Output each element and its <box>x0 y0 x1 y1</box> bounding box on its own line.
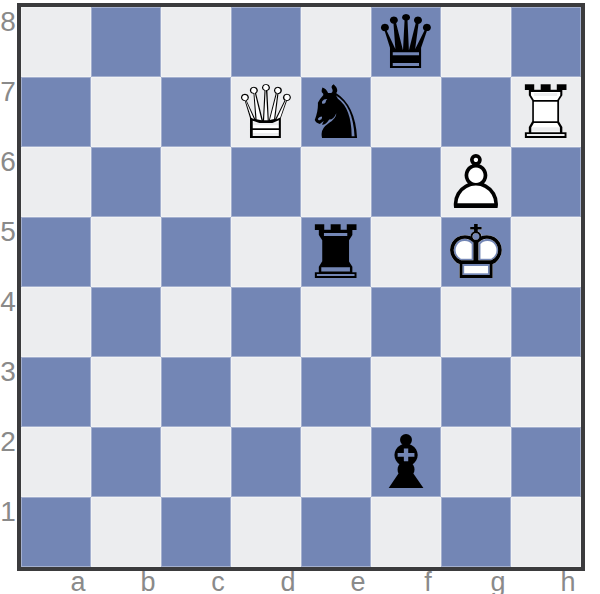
square-b2[interactable] <box>91 427 161 497</box>
square-a8[interactable] <box>21 7 91 77</box>
square-h8[interactable] <box>511 7 581 77</box>
rank-label-8: 8 <box>0 7 16 37</box>
square-h4[interactable] <box>511 287 581 357</box>
square-f5[interactable] <box>371 217 441 287</box>
file-label-h: h <box>533 570 600 594</box>
white-pawn-glyph: ♙ <box>441 147 511 217</box>
square-e1[interactable] <box>301 497 371 567</box>
square-c5[interactable] <box>161 217 231 287</box>
square-d3[interactable] <box>231 357 301 427</box>
square-a4[interactable] <box>21 287 91 357</box>
square-g5[interactable]: ♚♔ <box>441 217 511 287</box>
square-c4[interactable] <box>161 287 231 357</box>
square-h3[interactable] <box>511 357 581 427</box>
white-pawn-g6[interactable]: ♟♙ <box>441 147 511 217</box>
chess-board-frame: ♛♛♕♞♜♖♟♙♜♚♔♝ <box>17 3 585 571</box>
square-e3[interactable] <box>301 357 371 427</box>
square-e2[interactable] <box>301 427 371 497</box>
white-rook-glyph: ♖ <box>511 77 581 147</box>
square-f1[interactable] <box>371 497 441 567</box>
black-bishop-f2[interactable]: ♝ <box>371 427 441 497</box>
square-h2[interactable] <box>511 427 581 497</box>
black-knight-e7[interactable]: ♞ <box>301 77 371 147</box>
square-a2[interactable] <box>21 427 91 497</box>
black-rook-glyph: ♜ <box>301 217 371 287</box>
chess-board[interactable]: ♛♛♕♞♜♖♟♙♜♚♔♝ <box>21 7 581 567</box>
square-f8[interactable]: ♛ <box>371 7 441 77</box>
square-d7[interactable]: ♛♕ <box>231 77 301 147</box>
square-b3[interactable] <box>91 357 161 427</box>
rank-label-6: 6 <box>0 147 16 177</box>
square-e6[interactable] <box>301 147 371 217</box>
white-king-g5[interactable]: ♚♔ <box>441 217 511 287</box>
square-a1[interactable] <box>21 497 91 567</box>
black-queen-glyph: ♛ <box>371 7 441 77</box>
file-label-a: a <box>43 570 113 594</box>
file-label-g: g <box>463 570 533 594</box>
square-e5[interactable]: ♜ <box>301 217 371 287</box>
white-queen-glyph: ♕ <box>231 77 301 147</box>
square-c3[interactable] <box>161 357 231 427</box>
file-label-c: c <box>183 570 253 594</box>
square-c2[interactable] <box>161 427 231 497</box>
square-g2[interactable] <box>441 427 511 497</box>
square-b4[interactable] <box>91 287 161 357</box>
square-f7[interactable] <box>371 77 441 147</box>
rank-label-3: 3 <box>0 357 16 387</box>
square-e4[interactable] <box>301 287 371 357</box>
square-h5[interactable] <box>511 217 581 287</box>
square-f3[interactable] <box>371 357 441 427</box>
rank-label-1: 1 <box>0 497 16 527</box>
file-label-b: b <box>113 570 183 594</box>
rank-label-5: 5 <box>0 217 16 247</box>
square-b7[interactable] <box>91 77 161 147</box>
square-f6[interactable] <box>371 147 441 217</box>
black-rook-e5[interactable]: ♜ <box>301 217 371 287</box>
square-h6[interactable] <box>511 147 581 217</box>
square-d2[interactable] <box>231 427 301 497</box>
file-label-f: f <box>393 570 463 594</box>
square-c8[interactable] <box>161 7 231 77</box>
square-c6[interactable] <box>161 147 231 217</box>
square-f4[interactable] <box>371 287 441 357</box>
white-queen-d7[interactable]: ♛♕ <box>231 77 301 147</box>
square-b1[interactable] <box>91 497 161 567</box>
square-g6[interactable]: ♟♙ <box>441 147 511 217</box>
white-king-glyph: ♔ <box>441 217 511 287</box>
rank-label-2: 2 <box>0 427 16 457</box>
square-d4[interactable] <box>231 287 301 357</box>
square-e7[interactable]: ♞ <box>301 77 371 147</box>
square-g3[interactable] <box>441 357 511 427</box>
square-h1[interactable] <box>511 497 581 567</box>
square-c1[interactable] <box>161 497 231 567</box>
rank-label-4: 4 <box>0 287 16 317</box>
square-b5[interactable] <box>91 217 161 287</box>
square-f2[interactable]: ♝ <box>371 427 441 497</box>
square-b8[interactable] <box>91 7 161 77</box>
white-rook-h7[interactable]: ♜♖ <box>511 77 581 147</box>
square-d8[interactable] <box>231 7 301 77</box>
file-label-e: e <box>323 570 393 594</box>
black-queen-f8[interactable]: ♛ <box>371 7 441 77</box>
file-label-d: d <box>253 570 323 594</box>
square-d1[interactable] <box>231 497 301 567</box>
square-d6[interactable] <box>231 147 301 217</box>
square-g7[interactable] <box>441 77 511 147</box>
square-a5[interactable] <box>21 217 91 287</box>
black-knight-glyph: ♞ <box>301 77 371 147</box>
square-c7[interactable] <box>161 77 231 147</box>
square-g8[interactable] <box>441 7 511 77</box>
square-g1[interactable] <box>441 497 511 567</box>
black-bishop-glyph: ♝ <box>371 427 441 497</box>
square-b6[interactable] <box>91 147 161 217</box>
square-a6[interactable] <box>21 147 91 217</box>
square-e8[interactable] <box>301 7 371 77</box>
square-a3[interactable] <box>21 357 91 427</box>
square-h7[interactable]: ♜♖ <box>511 77 581 147</box>
square-a7[interactable] <box>21 77 91 147</box>
square-g4[interactable] <box>441 287 511 357</box>
rank-label-7: 7 <box>0 77 16 107</box>
square-d5[interactable] <box>231 217 301 287</box>
